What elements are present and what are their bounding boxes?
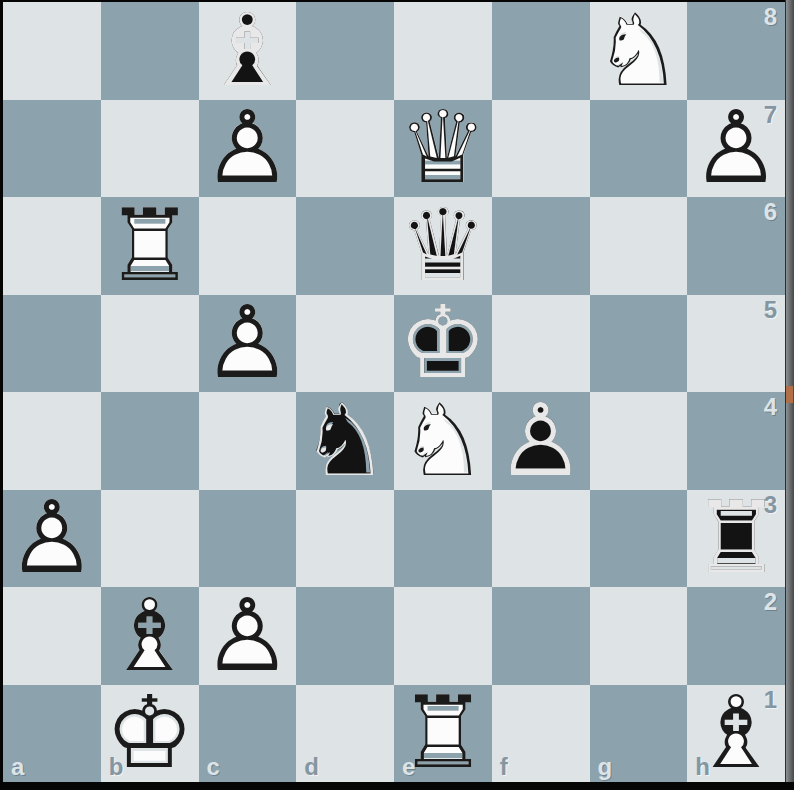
rank-label-5: 5: [764, 298, 777, 322]
piece-white-rook-b6[interactable]: ♜♖: [101, 197, 199, 295]
piece-black-bishop-c8[interactable]: ♝♗: [199, 2, 297, 100]
square-d6[interactable]: [296, 197, 394, 295]
square-b3[interactable]: [101, 490, 199, 588]
square-c6[interactable]: [199, 197, 297, 295]
square-e6[interactable]: ♛♕: [394, 197, 492, 295]
square-d1[interactable]: d: [296, 685, 394, 783]
file-label-g: g: [598, 755, 613, 779]
piece-outline-glyph: ♙: [199, 587, 297, 685]
piece-outline-glyph: ♕: [394, 197, 492, 295]
piece-white-rook-e1[interactable]: ♜♖: [394, 685, 492, 783]
square-b6[interactable]: ♜♖: [101, 197, 199, 295]
square-c7[interactable]: ♟♙: [199, 100, 297, 198]
piece-outline-glyph: ♗: [199, 2, 297, 100]
square-e1[interactable]: e♜♖: [394, 685, 492, 783]
square-c8[interactable]: ♝♗: [199, 2, 297, 100]
square-h6[interactable]: 6: [687, 197, 785, 295]
square-f1[interactable]: f: [492, 685, 590, 783]
piece-black-knight-d4[interactable]: ♞♘: [296, 392, 394, 490]
square-a4[interactable]: [3, 392, 101, 490]
square-b5[interactable]: [101, 295, 199, 393]
square-b4[interactable]: [101, 392, 199, 490]
square-g3[interactable]: [590, 490, 688, 588]
square-a6[interactable]: [3, 197, 101, 295]
piece-black-pawn-f4[interactable]: ♟♙: [492, 392, 590, 490]
square-e4[interactable]: ♞♘: [394, 392, 492, 490]
piece-outline-glyph: ♙: [199, 100, 297, 198]
piece-outline-glyph: ♖: [101, 197, 199, 295]
square-d7[interactable]: [296, 100, 394, 198]
piece-white-pawn-a3[interactable]: ♟♙: [3, 490, 101, 588]
file-label-d: d: [304, 755, 319, 779]
square-f4[interactable]: ♟♙: [492, 392, 590, 490]
square-g1[interactable]: g: [590, 685, 688, 783]
file-label-c: c: [207, 755, 220, 779]
square-h1[interactable]: 1h♝♗: [687, 685, 785, 783]
piece-outline-glyph: ♗: [101, 587, 199, 685]
square-h8[interactable]: 8: [687, 2, 785, 100]
square-h5[interactable]: 5: [687, 295, 785, 393]
square-f6[interactable]: [492, 197, 590, 295]
square-b2[interactable]: ♝♗: [101, 587, 199, 685]
square-b1[interactable]: b♚♔: [101, 685, 199, 783]
square-d2[interactable]: [296, 587, 394, 685]
square-c1[interactable]: c: [199, 685, 297, 783]
piece-black-queen-e6[interactable]: ♛♕: [394, 197, 492, 295]
piece-white-pawn-h7[interactable]: ♟♙: [687, 100, 785, 198]
square-a5[interactable]: [3, 295, 101, 393]
piece-outline-glyph: ♖: [687, 490, 785, 588]
square-a1[interactable]: a: [3, 685, 101, 783]
square-b8[interactable]: [101, 2, 199, 100]
piece-white-bishop-b2[interactable]: ♝♗: [101, 587, 199, 685]
square-g7[interactable]: [590, 100, 688, 198]
square-e2[interactable]: [394, 587, 492, 685]
piece-outline-glyph: ♙: [492, 392, 590, 490]
square-g4[interactable]: [590, 392, 688, 490]
piece-white-pawn-c7[interactable]: ♟♙: [199, 100, 297, 198]
square-f8[interactable]: [492, 2, 590, 100]
square-c3[interactable]: [199, 490, 297, 588]
square-g8[interactable]: ♞♘: [590, 2, 688, 100]
piece-white-queen-e7[interactable]: ♛♕: [394, 100, 492, 198]
square-h7[interactable]: 7♟♙: [687, 100, 785, 198]
square-d4[interactable]: ♞♘: [296, 392, 394, 490]
piece-outline-glyph: ♘: [296, 392, 394, 490]
square-h3[interactable]: 3♜♖: [687, 490, 785, 588]
piece-outline-glyph: ♙: [199, 295, 297, 393]
file-label-a: a: [11, 755, 24, 779]
square-b7[interactable]: [101, 100, 199, 198]
piece-white-pawn-c2[interactable]: ♟♙: [199, 587, 297, 685]
rank-label-8: 8: [764, 5, 777, 29]
piece-white-bishop-h1[interactable]: ♝♗: [687, 685, 785, 783]
square-d8[interactable]: [296, 2, 394, 100]
piece-black-rook-h3[interactable]: ♜♖: [687, 490, 785, 588]
square-e8[interactable]: [394, 2, 492, 100]
square-f7[interactable]: [492, 100, 590, 198]
square-c2[interactable]: ♟♙: [199, 587, 297, 685]
square-c5[interactable]: ♟♙: [199, 295, 297, 393]
piece-white-knight-e4[interactable]: ♞♘: [394, 392, 492, 490]
piece-outline-glyph: ♕: [394, 100, 492, 198]
piece-outline-glyph: ♔: [101, 685, 199, 783]
square-d3[interactable]: [296, 490, 394, 588]
chess-board: ♝♗♞♘8♟♙♛♕7♟♙♜♖♛♕6♟♙♚♔5♞♘♞♘♟♙4♟♙3♜♖♝♗♟♙2a…: [3, 2, 785, 782]
square-g5[interactable]: [590, 295, 688, 393]
square-a8[interactable]: [3, 2, 101, 100]
piece-white-pawn-c5[interactable]: ♟♙: [199, 295, 297, 393]
piece-white-knight-g8[interactable]: ♞♘: [590, 2, 688, 100]
square-a2[interactable]: [3, 587, 101, 685]
piece-outline-glyph: ♙: [3, 490, 101, 588]
square-f5[interactable]: [492, 295, 590, 393]
square-c4[interactable]: [199, 392, 297, 490]
square-e3[interactable]: [394, 490, 492, 588]
square-h4[interactable]: 4: [687, 392, 785, 490]
square-a7[interactable]: [3, 100, 101, 198]
square-f3[interactable]: [492, 490, 590, 588]
piece-outline-glyph: ♔: [394, 295, 492, 393]
square-g6[interactable]: [590, 197, 688, 295]
square-a3[interactable]: ♟♙: [3, 490, 101, 588]
piece-outline-glyph: ♘: [394, 392, 492, 490]
piece-white-king-b1[interactable]: ♚♔: [101, 685, 199, 783]
piece-outline-glyph: ♗: [687, 685, 785, 783]
scrollbar-marker[interactable]: [786, 386, 793, 403]
piece-outline-glyph: ♖: [394, 685, 492, 783]
square-e5[interactable]: ♚♔: [394, 295, 492, 393]
square-d5[interactable]: [296, 295, 394, 393]
square-f2[interactable]: [492, 587, 590, 685]
chess-app-window: ♝♗♞♘8♟♙♛♕7♟♙♜♖♛♕6♟♙♚♔5♞♘♞♘♟♙4♟♙3♜♖♝♗♟♙2a…: [0, 0, 794, 790]
rank-label-4: 4: [764, 395, 777, 419]
square-g2[interactable]: [590, 587, 688, 685]
square-h2[interactable]: 2: [687, 587, 785, 685]
piece-outline-glyph: ♙: [687, 100, 785, 198]
scrollbar-track[interactable]: [785, 0, 794, 790]
piece-black-king-e5[interactable]: ♚♔: [394, 295, 492, 393]
square-e7[interactable]: ♛♕: [394, 100, 492, 198]
file-label-f: f: [500, 755, 508, 779]
piece-outline-glyph: ♘: [590, 2, 688, 100]
